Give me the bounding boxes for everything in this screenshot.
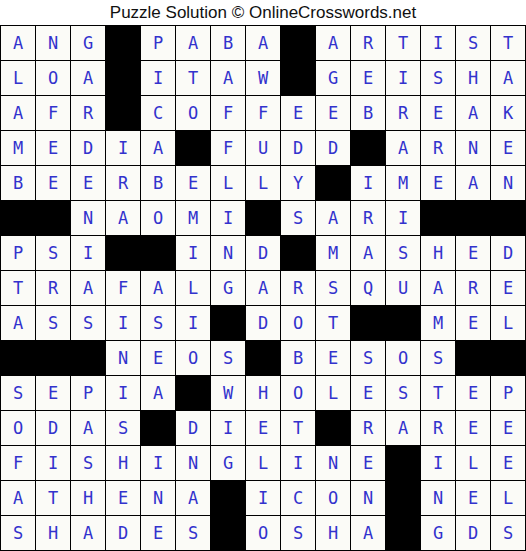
letter-cell-r9c6: I: [176, 306, 210, 340]
letter-cell-r7c10: M: [316, 236, 350, 270]
black-cell-r10c15: [491, 341, 525, 375]
letter-cell-r4c9: D: [281, 131, 315, 165]
letter-cell-r7c2: S: [36, 236, 70, 270]
letter-cell-r3c13: E: [421, 96, 455, 130]
black-cell-r4c6: [176, 131, 210, 165]
letter-cell-r6c4: A: [106, 201, 140, 235]
letter-cell-r14c4: E: [106, 481, 140, 515]
letter-cell-r15c1: S: [1, 516, 35, 550]
black-cell-r15c7: [211, 516, 245, 550]
letter-cell-r15c2: H: [36, 516, 70, 550]
letter-cell-r9c13: M: [421, 306, 455, 340]
letter-cell-r2c1: L: [1, 61, 35, 95]
letter-cell-r5c1: B: [1, 166, 35, 200]
letter-cell-r11c2: E: [36, 376, 70, 410]
letter-cell-r7c11: A: [351, 236, 385, 270]
letter-cell-r12c3: A: [71, 411, 105, 445]
letter-cell-r13c15: E: [491, 446, 525, 480]
black-cell-r12c5: [141, 411, 175, 445]
letter-cell-r13c4: H: [106, 446, 140, 480]
letter-cell-r8c14: R: [456, 271, 490, 305]
black-cell-r1c9: [281, 26, 315, 60]
letter-cell-r3c5: C: [141, 96, 175, 130]
letter-cell-r8c9: R: [281, 271, 315, 305]
letter-cell-r7c12: S: [386, 236, 420, 270]
letter-cell-r12c11: R: [351, 411, 385, 445]
letter-cell-r8c8: A: [246, 271, 280, 305]
black-cell-r9c11: [351, 306, 385, 340]
letter-cell-r13c11: E: [351, 446, 385, 480]
letter-cell-r9c15: L: [491, 306, 525, 340]
letter-cell-r8c12: U: [386, 271, 420, 305]
letter-cell-r6c10: A: [316, 201, 350, 235]
letter-cell-r14c8: I: [246, 481, 280, 515]
letter-cell-r5c12: M: [386, 166, 420, 200]
letter-cell-r1c7: B: [211, 26, 245, 60]
black-cell-r6c2: [36, 201, 70, 235]
letter-cell-r13c1: F: [1, 446, 35, 480]
letter-cell-r15c10: H: [316, 516, 350, 550]
letter-cell-r10c12: O: [386, 341, 420, 375]
letter-cell-r1c11: R: [351, 26, 385, 60]
letter-cell-r15c15: S: [491, 516, 525, 550]
black-cell-r6c1: [1, 201, 35, 235]
letter-cell-r13c5: I: [141, 446, 175, 480]
black-cell-r6c14: [456, 201, 490, 235]
black-cell-r3c4: [106, 96, 140, 130]
letter-cell-r8c1: T: [1, 271, 35, 305]
crossword-grid: ANGPABAARTISTLOAITAWGEISHAAFRCOFFEEBREAK…: [0, 25, 526, 551]
letter-cell-r4c5: A: [141, 131, 175, 165]
letter-cell-r5c7: L: [211, 166, 245, 200]
letter-cell-r1c15: T: [491, 26, 525, 60]
black-cell-r13c12: [386, 446, 420, 480]
letter-cell-r1c12: T: [386, 26, 420, 60]
letter-cell-r14c3: H: [71, 481, 105, 515]
letter-cell-r14c9: C: [281, 481, 315, 515]
letter-cell-r1c13: I: [421, 26, 455, 60]
letter-cell-r13c14: L: [456, 446, 490, 480]
letter-cell-r11c3: P: [71, 376, 105, 410]
black-cell-r6c8: [246, 201, 280, 235]
letter-cell-r7c1: P: [1, 236, 35, 270]
letter-cell-r6c11: R: [351, 201, 385, 235]
letter-cell-r9c10: T: [316, 306, 350, 340]
letter-cell-r4c4: I: [106, 131, 140, 165]
black-cell-r10c14: [456, 341, 490, 375]
letter-cell-r5c15: N: [491, 166, 525, 200]
letter-cell-r2c6: T: [176, 61, 210, 95]
letter-cell-r11c9: O: [281, 376, 315, 410]
letter-cell-r5c3: E: [71, 166, 105, 200]
letter-cell-r12c4: S: [106, 411, 140, 445]
black-cell-r1c4: [106, 26, 140, 60]
letter-cell-r2c8: W: [246, 61, 280, 95]
black-cell-r15c12: [386, 516, 420, 550]
letter-cell-r15c6: S: [176, 516, 210, 550]
black-cell-r10c2: [36, 341, 70, 375]
letter-cell-r4c15: E: [491, 131, 525, 165]
letter-cell-r14c6: A: [176, 481, 210, 515]
letter-cell-r5c4: R: [106, 166, 140, 200]
letter-cell-r12c15: E: [491, 411, 525, 445]
letter-cell-r3c2: F: [36, 96, 70, 130]
letter-cell-r2c5: I: [141, 61, 175, 95]
letter-cell-r9c9: O: [281, 306, 315, 340]
letter-cell-r15c13: G: [421, 516, 455, 550]
letter-cell-r11c15: P: [491, 376, 525, 410]
letter-cell-r2c10: G: [316, 61, 350, 95]
letter-cell-r6c7: I: [211, 201, 245, 235]
letter-cell-r12c9: T: [281, 411, 315, 445]
letter-cell-r2c7: A: [211, 61, 245, 95]
letter-cell-r11c11: E: [351, 376, 385, 410]
letter-cell-r4c10: D: [316, 131, 350, 165]
letter-cell-r15c8: O: [246, 516, 280, 550]
letter-cell-r14c5: N: [141, 481, 175, 515]
letter-cell-r2c12: I: [386, 61, 420, 95]
black-cell-r10c3: [71, 341, 105, 375]
black-cell-r10c8: [246, 341, 280, 375]
letter-cell-r8c5: A: [141, 271, 175, 305]
letter-cell-r12c8: E: [246, 411, 280, 445]
letter-cell-r3c10: E: [316, 96, 350, 130]
black-cell-r2c4: [106, 61, 140, 95]
letter-cell-r8c7: G: [211, 271, 245, 305]
letter-cell-r11c12: S: [386, 376, 420, 410]
black-cell-r11c6: [176, 376, 210, 410]
letter-cell-r10c11: S: [351, 341, 385, 375]
letter-cell-r13c9: I: [281, 446, 315, 480]
letter-cell-r4c12: A: [386, 131, 420, 165]
letter-cell-r12c13: R: [421, 411, 455, 445]
letter-cell-r5c11: I: [351, 166, 385, 200]
letter-cell-r5c5: B: [141, 166, 175, 200]
letter-cell-r10c6: O: [176, 341, 210, 375]
letter-cell-r13c8: L: [246, 446, 280, 480]
letter-cell-r12c12: A: [386, 411, 420, 445]
letter-cell-r3c11: B: [351, 96, 385, 130]
letter-cell-r9c14: E: [456, 306, 490, 340]
letter-cell-r15c9: S: [281, 516, 315, 550]
letter-cell-r8c15: E: [491, 271, 525, 305]
letter-cell-r13c7: G: [211, 446, 245, 480]
letter-cell-r15c3: A: [71, 516, 105, 550]
letter-cell-r2c14: H: [456, 61, 490, 95]
letter-cell-r9c2: S: [36, 306, 70, 340]
letter-cell-r2c13: S: [421, 61, 455, 95]
letter-cell-r15c5: E: [141, 516, 175, 550]
letter-cell-r5c8: L: [246, 166, 280, 200]
letter-cell-r8c3: A: [71, 271, 105, 305]
letter-cell-r14c11: N: [351, 481, 385, 515]
letter-cell-r10c13: S: [421, 341, 455, 375]
letter-cell-r8c4: F: [106, 271, 140, 305]
letter-cell-r13c2: I: [36, 446, 70, 480]
letter-cell-r14c14: E: [456, 481, 490, 515]
letter-cell-r11c10: L: [316, 376, 350, 410]
black-cell-r6c13: [421, 201, 455, 235]
letter-cell-r10c9: B: [281, 341, 315, 375]
black-cell-r6c15: [491, 201, 525, 235]
black-cell-r4c11: [351, 131, 385, 165]
letter-cell-r1c1: A: [1, 26, 35, 60]
letter-cell-r15c14: D: [456, 516, 490, 550]
letter-cell-r13c3: S: [71, 446, 105, 480]
letter-cell-r8c6: L: [176, 271, 210, 305]
letter-cell-r10c7: S: [211, 341, 245, 375]
letter-cell-r3c3: R: [71, 96, 105, 130]
letter-cell-r7c7: N: [211, 236, 245, 270]
letter-cell-r4c8: U: [246, 131, 280, 165]
letter-cell-r10c10: E: [316, 341, 350, 375]
letter-cell-r14c13: N: [421, 481, 455, 515]
letter-cell-r12c7: I: [211, 411, 245, 445]
letter-cell-r15c4: D: [106, 516, 140, 550]
letter-cell-r2c11: E: [351, 61, 385, 95]
letter-cell-r5c2: E: [36, 166, 70, 200]
letter-cell-r13c6: N: [176, 446, 210, 480]
letter-cell-r1c3: G: [71, 26, 105, 60]
letter-cell-r13c13: I: [421, 446, 455, 480]
letter-cell-r12c2: D: [36, 411, 70, 445]
letter-cell-r11c7: W: [211, 376, 245, 410]
letter-cell-r5c9: Y: [281, 166, 315, 200]
letter-cell-r11c14: E: [456, 376, 490, 410]
letter-cell-r7c15: D: [491, 236, 525, 270]
letter-cell-r11c4: I: [106, 376, 140, 410]
black-cell-r14c12: [386, 481, 420, 515]
letter-cell-r12c14: E: [456, 411, 490, 445]
letter-cell-r14c15: L: [491, 481, 525, 515]
letter-cell-r3c14: A: [456, 96, 490, 130]
black-cell-r12c10: [316, 411, 350, 445]
letter-cell-r4c13: R: [421, 131, 455, 165]
letter-cell-r14c2: T: [36, 481, 70, 515]
letter-cell-r8c11: Q: [351, 271, 385, 305]
letter-cell-r3c1: A: [1, 96, 35, 130]
letter-cell-r1c8: A: [246, 26, 280, 60]
letter-cell-r6c12: I: [386, 201, 420, 235]
letter-cell-r5c13: E: [421, 166, 455, 200]
letter-cell-r9c4: I: [106, 306, 140, 340]
black-cell-r7c4: [106, 236, 140, 270]
letter-cell-r2c15: A: [491, 61, 525, 95]
page-title: Puzzle Solution © OnlineCrosswords.net: [0, 0, 526, 25]
black-cell-r5c10: [316, 166, 350, 200]
letter-cell-r4c14: N: [456, 131, 490, 165]
black-cell-r14c7: [211, 481, 245, 515]
letter-cell-r7c14: E: [456, 236, 490, 270]
letter-cell-r3c8: F: [246, 96, 280, 130]
letter-cell-r4c7: F: [211, 131, 245, 165]
letter-cell-r10c4: N: [106, 341, 140, 375]
letter-cell-r8c13: A: [421, 271, 455, 305]
letter-cell-r4c2: E: [36, 131, 70, 165]
letter-cell-r3c7: F: [211, 96, 245, 130]
black-cell-r9c12: [386, 306, 420, 340]
black-cell-r7c9: [281, 236, 315, 270]
letter-cell-r2c3: A: [71, 61, 105, 95]
letter-cell-r6c3: N: [71, 201, 105, 235]
letter-cell-r9c5: S: [141, 306, 175, 340]
letter-cell-r4c3: D: [71, 131, 105, 165]
letter-cell-r3c9: E: [281, 96, 315, 130]
letter-cell-r3c15: K: [491, 96, 525, 130]
puzzle-solution-page: Puzzle Solution © OnlineCrosswords.net A…: [0, 0, 526, 551]
black-cell-r2c9: [281, 61, 315, 95]
black-cell-r7c5: [141, 236, 175, 270]
letter-cell-r11c1: S: [1, 376, 35, 410]
letter-cell-r9c3: S: [71, 306, 105, 340]
letter-cell-r9c8: D: [246, 306, 280, 340]
letter-cell-r10c5: E: [141, 341, 175, 375]
letter-cell-r7c3: I: [71, 236, 105, 270]
letter-cell-r6c9: S: [281, 201, 315, 235]
letter-cell-r7c8: D: [246, 236, 280, 270]
letter-cell-r14c10: O: [316, 481, 350, 515]
letter-cell-r3c6: O: [176, 96, 210, 130]
letter-cell-r13c10: N: [316, 446, 350, 480]
letter-cell-r11c5: A: [141, 376, 175, 410]
letter-cell-r11c8: H: [246, 376, 280, 410]
letter-cell-r15c11: A: [351, 516, 385, 550]
letter-cell-r5c14: A: [456, 166, 490, 200]
letter-cell-r5c6: E: [176, 166, 210, 200]
black-cell-r10c1: [1, 341, 35, 375]
letter-cell-r4c1: M: [1, 131, 35, 165]
letter-cell-r1c14: S: [456, 26, 490, 60]
letter-cell-r1c10: A: [316, 26, 350, 60]
letter-cell-r7c6: I: [176, 236, 210, 270]
letter-cell-r1c6: A: [176, 26, 210, 60]
letter-cell-r3c12: R: [386, 96, 420, 130]
letter-cell-r8c10: S: [316, 271, 350, 305]
letter-cell-r12c1: O: [1, 411, 35, 445]
letter-cell-r6c6: M: [176, 201, 210, 235]
letter-cell-r2c2: O: [36, 61, 70, 95]
letter-cell-r8c2: R: [36, 271, 70, 305]
letter-cell-r7c13: H: [421, 236, 455, 270]
letter-cell-r6c5: O: [141, 201, 175, 235]
letter-cell-r9c1: A: [1, 306, 35, 340]
letter-cell-r1c5: P: [141, 26, 175, 60]
letter-cell-r12c6: D: [176, 411, 210, 445]
letter-cell-r1c2: N: [36, 26, 70, 60]
letter-cell-r11c13: T: [421, 376, 455, 410]
black-cell-r9c7: [211, 306, 245, 340]
letter-cell-r14c1: A: [1, 481, 35, 515]
